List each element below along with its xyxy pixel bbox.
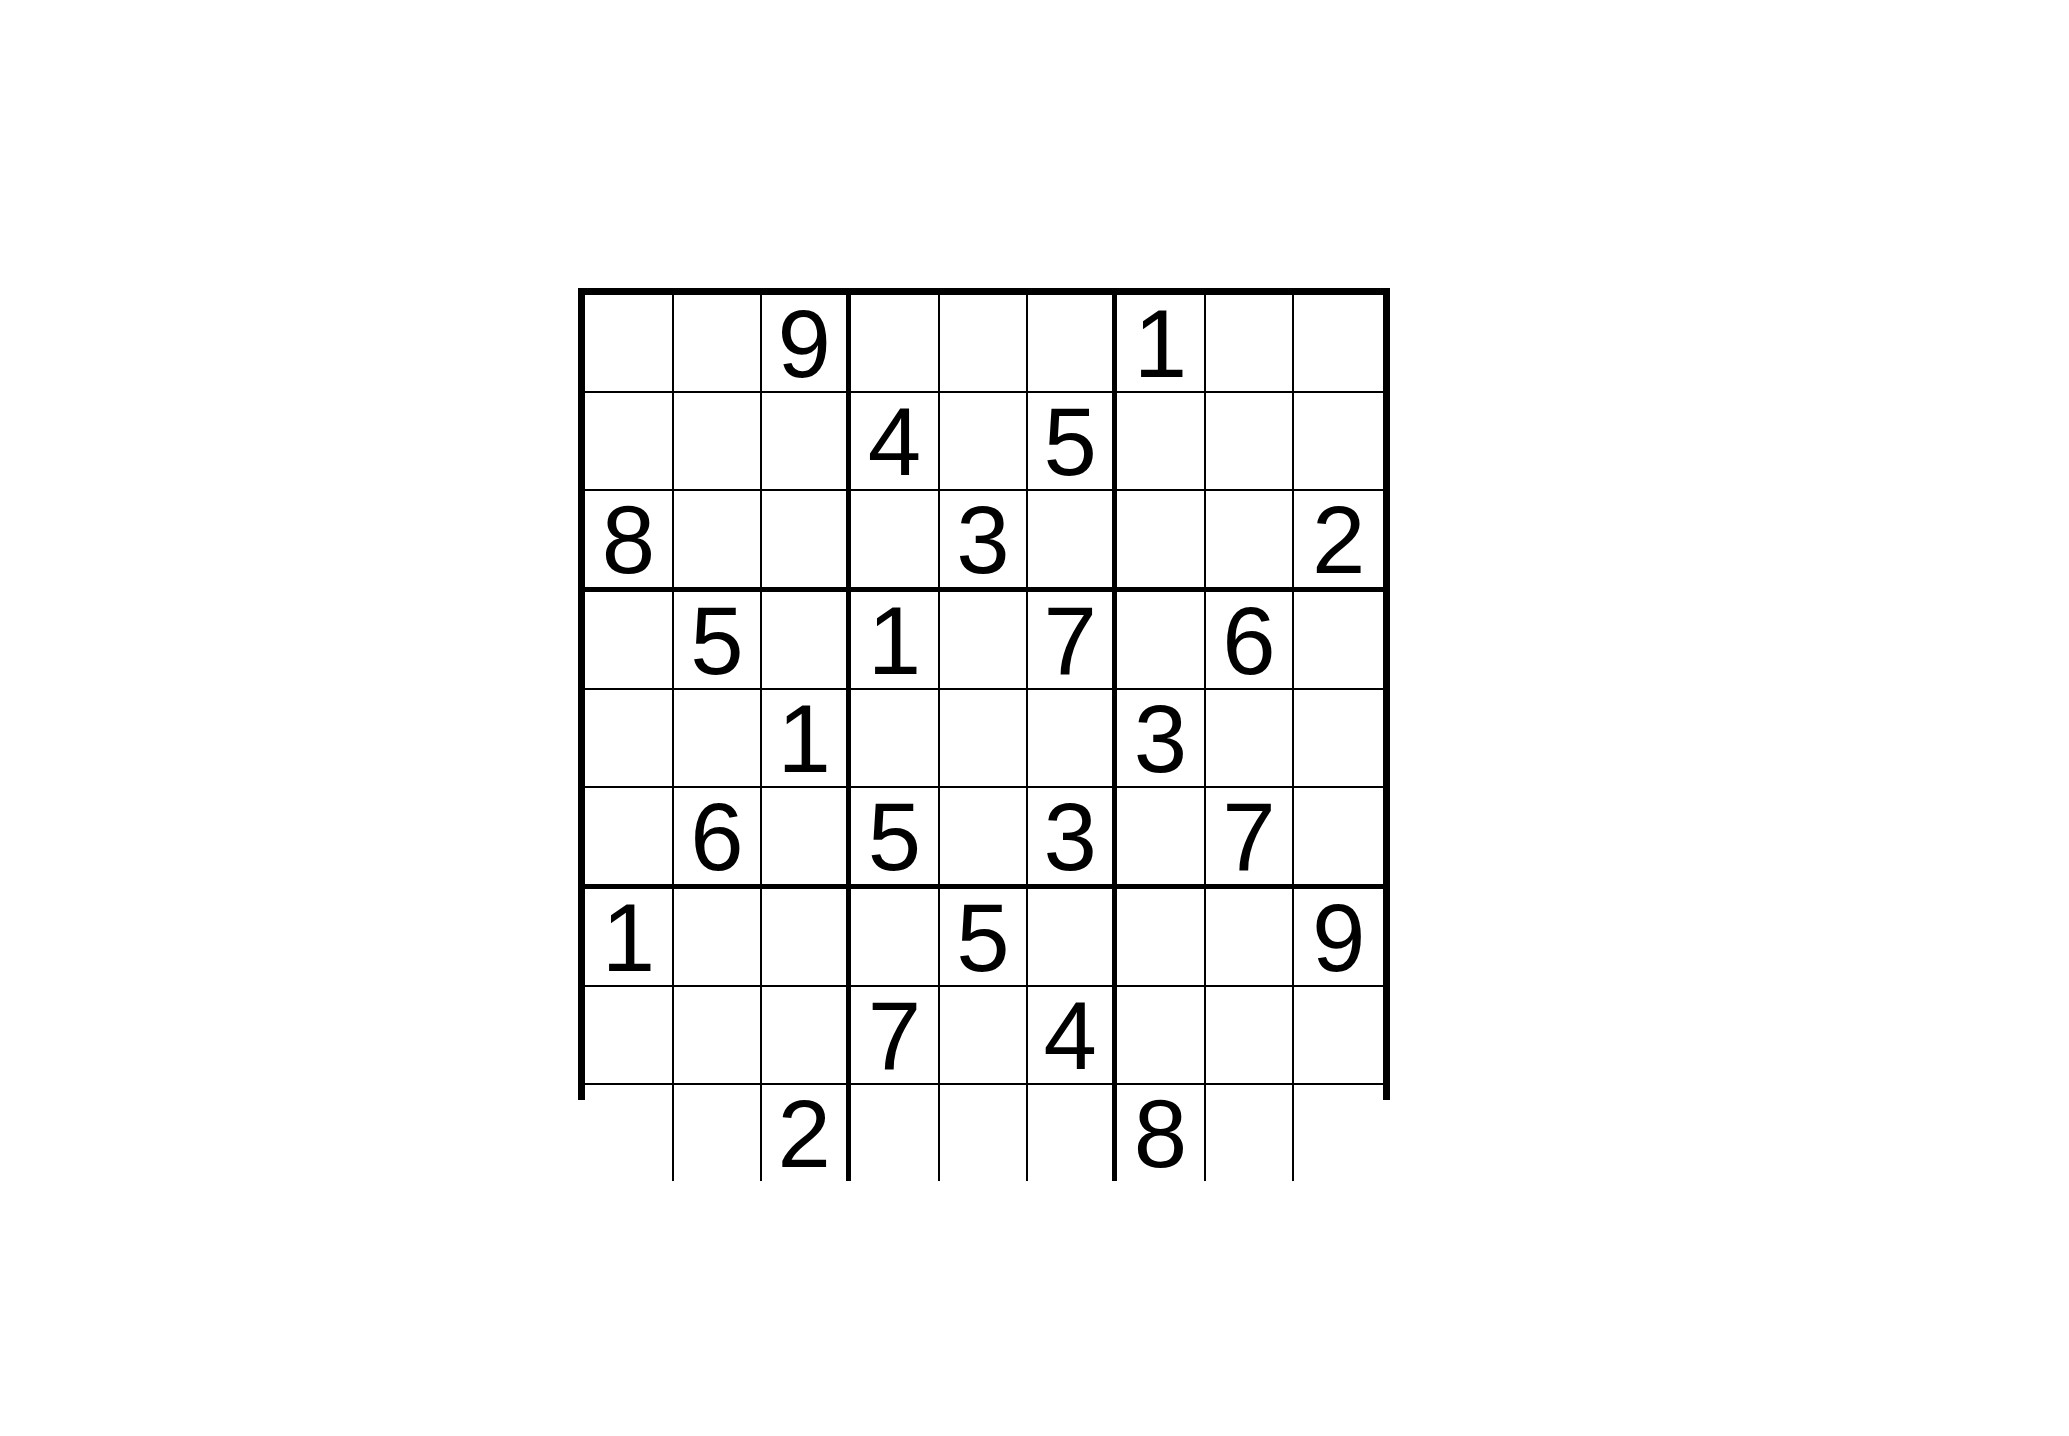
sudoku-cell-r5c9[interactable]: [1294, 690, 1383, 788]
given-digit: 7: [868, 988, 921, 1084]
given-digit: 8: [1134, 1086, 1187, 1182]
sudoku-cell-r3c3[interactable]: [762, 491, 851, 592]
sudoku-cell-r6c7[interactable]: [1117, 788, 1206, 889]
sudoku-cell-r9c8[interactable]: [1206, 1085, 1295, 1181]
given-digit: 1: [777, 691, 830, 787]
sudoku-cell-r1c7[interactable]: 1: [1117, 295, 1206, 393]
given-digit: 5: [868, 789, 921, 885]
sudoku-cell-r5c4[interactable]: [851, 690, 940, 788]
given-digit: 8: [602, 492, 655, 588]
sudoku-cell-r8c3[interactable]: [762, 987, 851, 1085]
sudoku-cell-r7c5[interactable]: 5: [940, 889, 1029, 987]
sudoku-cell-r6c5[interactable]: [940, 788, 1029, 889]
sudoku-board: 914583251761365371597428: [578, 288, 1390, 1100]
sudoku-cell-r3c4[interactable]: [851, 491, 940, 592]
sudoku-cell-r4c3[interactable]: [762, 592, 851, 690]
sudoku-cell-r8c7[interactable]: [1117, 987, 1206, 1085]
sudoku-cell-r8c2[interactable]: [674, 987, 763, 1085]
sudoku-cell-r2c2[interactable]: [674, 393, 763, 491]
sudoku-cell-r9c4[interactable]: [851, 1085, 940, 1181]
given-digit: 4: [1043, 988, 1096, 1084]
given-digit: 3: [1043, 789, 1096, 885]
sudoku-cell-r4c6[interactable]: 7: [1028, 592, 1117, 690]
given-digit: 6: [690, 789, 743, 885]
sudoku-cell-r8c8[interactable]: [1206, 987, 1295, 1085]
given-digit: 3: [956, 492, 1009, 588]
sudoku-cell-r3c8[interactable]: [1206, 491, 1295, 592]
sudoku-cell-r4c4[interactable]: 1: [851, 592, 940, 690]
sudoku-cell-r4c2[interactable]: 5: [674, 592, 763, 690]
sudoku-cell-r7c7[interactable]: [1117, 889, 1206, 987]
sudoku-cell-r6c1[interactable]: [585, 788, 674, 889]
sudoku-cell-r6c4[interactable]: 5: [851, 788, 940, 889]
given-digit: 1: [868, 593, 921, 689]
sudoku-cell-r4c9[interactable]: [1294, 592, 1383, 690]
sudoku-cell-r2c4[interactable]: 4: [851, 393, 940, 491]
sudoku-cell-r6c3[interactable]: [762, 788, 851, 889]
sudoku-cell-r5c6[interactable]: [1028, 690, 1117, 788]
given-digit: 7: [1043, 593, 1096, 689]
sudoku-cell-r2c5[interactable]: [940, 393, 1029, 491]
sudoku-cell-r5c3[interactable]: 1: [762, 690, 851, 788]
sudoku-cell-r1c9[interactable]: [1294, 295, 1383, 393]
given-digit: 5: [690, 593, 743, 689]
given-digit: 2: [1312, 492, 1365, 588]
sudoku-cell-r3c9[interactable]: 2: [1294, 491, 1383, 592]
sudoku-cell-r7c1[interactable]: 1: [585, 889, 674, 987]
sudoku-cell-r7c4[interactable]: [851, 889, 940, 987]
given-digit: 7: [1222, 789, 1275, 885]
sudoku-cell-r2c7[interactable]: [1117, 393, 1206, 491]
sudoku-cell-r4c1[interactable]: [585, 592, 674, 690]
sudoku-cell-r1c4[interactable]: [851, 295, 940, 393]
sudoku-cell-r1c8[interactable]: [1206, 295, 1295, 393]
given-digit: 1: [1134, 296, 1187, 392]
sudoku-cell-r5c7[interactable]: 3: [1117, 690, 1206, 788]
given-digit: 9: [1312, 890, 1365, 986]
sudoku-cell-r9c3[interactable]: 2: [762, 1085, 851, 1181]
sudoku-cell-r6c9[interactable]: [1294, 788, 1383, 889]
sudoku-cell-r2c9[interactable]: [1294, 393, 1383, 491]
given-digit: 6: [1222, 593, 1275, 689]
sudoku-cell-r9c9[interactable]: [1294, 1085, 1383, 1181]
given-digit: 1: [602, 890, 655, 986]
sudoku-cell-r5c1[interactable]: [585, 690, 674, 788]
sudoku-cell-r7c2[interactable]: [674, 889, 763, 987]
sudoku-cell-r6c6[interactable]: 3: [1028, 788, 1117, 889]
given-digit: 5: [956, 890, 1009, 986]
sudoku-cell-r9c5[interactable]: [940, 1085, 1029, 1181]
sudoku-cell-r3c5[interactable]: 3: [940, 491, 1029, 592]
sudoku-cell-r7c6[interactable]: [1028, 889, 1117, 987]
sudoku-cell-r2c8[interactable]: [1206, 393, 1295, 491]
sudoku-cell-r1c5[interactable]: [940, 295, 1029, 393]
sudoku-cell-r4c7[interactable]: [1117, 592, 1206, 690]
page-background: 914583251761365371597428: [0, 0, 2069, 1436]
sudoku-cell-r2c3[interactable]: [762, 393, 851, 491]
sudoku-cell-r7c8[interactable]: [1206, 889, 1295, 987]
given-digit: 4: [868, 394, 921, 490]
given-digit: 5: [1043, 394, 1096, 490]
sudoku-cell-r8c6[interactable]: 4: [1028, 987, 1117, 1085]
sudoku-cell-r9c1[interactable]: [585, 1085, 674, 1181]
sudoku-cell-r8c4[interactable]: 7: [851, 987, 940, 1085]
sudoku-cell-r2c6[interactable]: 5: [1028, 393, 1117, 491]
sudoku-cell-r3c2[interactable]: [674, 491, 763, 592]
sudoku-cell-r3c1[interactable]: 8: [585, 491, 674, 592]
sudoku-cell-r9c6[interactable]: [1028, 1085, 1117, 1181]
sudoku-cell-r6c8[interactable]: 7: [1206, 788, 1295, 889]
sudoku-cell-r1c6[interactable]: [1028, 295, 1117, 393]
sudoku-cell-r4c5[interactable]: [940, 592, 1029, 690]
sudoku-cell-r8c5[interactable]: [940, 987, 1029, 1085]
sudoku-cell-r7c3[interactable]: [762, 889, 851, 987]
given-digit: 9: [777, 296, 830, 392]
sudoku-cell-r5c2[interactable]: [674, 690, 763, 788]
sudoku-cell-r4c8[interactable]: 6: [1206, 592, 1295, 690]
sudoku-cell-r3c6[interactable]: [1028, 491, 1117, 592]
sudoku-cell-r6c2[interactable]: 6: [674, 788, 763, 889]
sudoku-cell-r3c7[interactable]: [1117, 491, 1206, 592]
sudoku-cell-r1c3[interactable]: 9: [762, 295, 851, 393]
sudoku-cell-r8c9[interactable]: [1294, 987, 1383, 1085]
sudoku-cell-r9c7[interactable]: 8: [1117, 1085, 1206, 1181]
given-digit: 3: [1134, 691, 1187, 787]
sudoku-cell-r5c5[interactable]: [940, 690, 1029, 788]
sudoku-cell-r1c1[interactable]: [585, 295, 674, 393]
sudoku-cell-r7c9[interactable]: 9: [1294, 889, 1383, 987]
sudoku-cell-r2c1[interactable]: [585, 393, 674, 491]
sudoku-cell-r1c2[interactable]: [674, 295, 763, 393]
sudoku-cell-r9c2[interactable]: [674, 1085, 763, 1181]
sudoku-cell-r5c8[interactable]: [1206, 690, 1295, 788]
sudoku-cell-r8c1[interactable]: [585, 987, 674, 1085]
given-digit: 2: [777, 1086, 830, 1182]
